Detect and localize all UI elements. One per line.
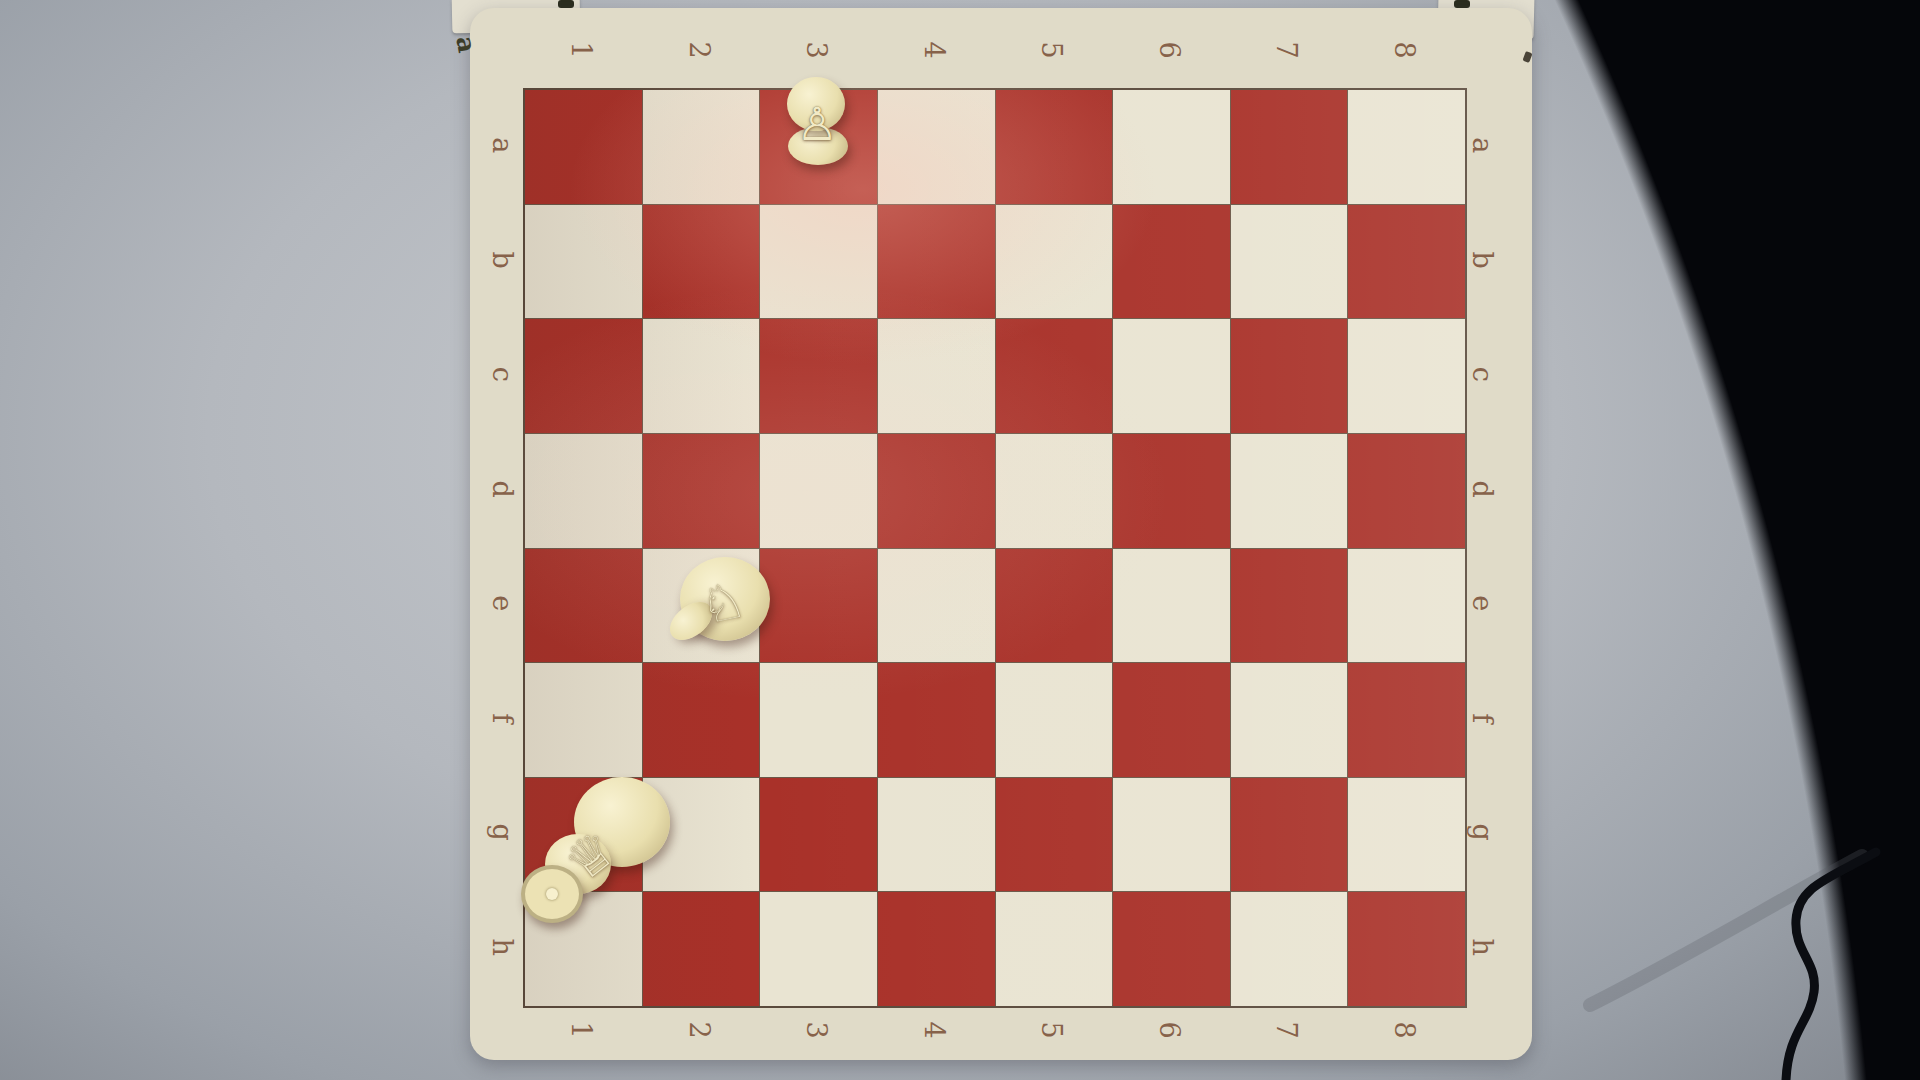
scene: a 12345678 12345678 abcdefgh abcdefgh ♙♘… xyxy=(0,0,1920,1080)
piece-body-disc xyxy=(546,888,558,900)
pieces-layer: ♙♘♕ xyxy=(0,0,1920,1080)
white-pawn-glyph: ♙ xyxy=(796,101,837,147)
